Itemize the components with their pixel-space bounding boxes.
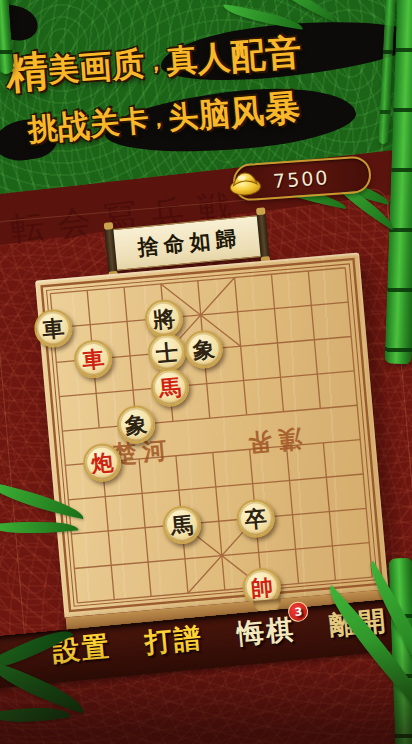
board-grid — [35, 253, 388, 618]
banner-char: 美 — [46, 48, 80, 92]
piece-glyph: 馬 — [158, 375, 182, 399]
piece-glyph: 車 — [41, 316, 65, 340]
piece-glyph: 炮 — [90, 450, 114, 474]
banner-char: 战 — [56, 103, 92, 150]
banner-char: 卡 — [118, 100, 150, 142]
board-face[interactable]: 楚河 漢界 車將車士象馬象炮馬卒帥 — [35, 253, 388, 618]
piece-glyph: 士 — [155, 341, 179, 365]
banner-char: 挑 — [26, 108, 59, 151]
xiangqi-board[interactable]: 楚河 漢界 車將車士象馬象炮馬卒帥 — [35, 253, 390, 635]
banner-char: 音 — [263, 27, 303, 79]
banner-char: 真 — [165, 39, 199, 83]
piece-glyph: 馬 — [170, 513, 194, 537]
banner-char: 质 — [110, 41, 146, 88]
banner-char: 配 — [229, 31, 267, 80]
piece-glyph: 車 — [81, 347, 105, 371]
piece-glyph: 卒 — [244, 506, 268, 530]
piece-glyph: 將 — [152, 306, 176, 330]
piece-glyph: 象 — [124, 413, 148, 437]
banner-char: 关 — [88, 102, 121, 145]
banner-char: 暴 — [262, 83, 302, 135]
river-label-han: 漢界 — [241, 422, 304, 459]
banner-char: ， — [147, 105, 169, 134]
banner-char: 头 — [167, 96, 200, 139]
banner-char: 人 — [196, 35, 232, 82]
banner-char: ， — [143, 47, 167, 79]
level-title: 捨命如歸 — [131, 224, 242, 262]
banner-char: 脑 — [197, 92, 233, 139]
coin-amount: 7500 — [272, 166, 330, 192]
piece-glyph: 帥 — [250, 575, 274, 599]
game-record-button[interactable]: 打譜 — [143, 620, 204, 661]
undo-move-button[interactable]: 悔棋3 — [236, 611, 297, 652]
banner-char: 画 — [77, 44, 113, 91]
banner-char: 风 — [228, 88, 266, 137]
gold-ingot-icon — [224, 159, 267, 202]
piece-glyph: 象 — [192, 337, 216, 361]
undo-move-label: 悔棋 — [236, 613, 297, 649]
